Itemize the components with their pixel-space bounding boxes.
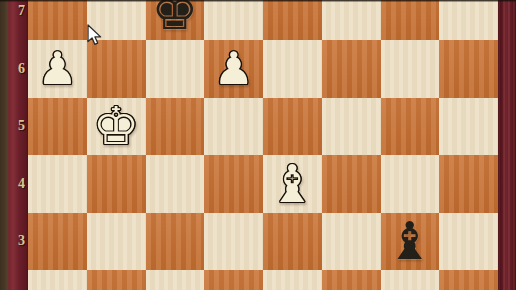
square-d2[interactable] bbox=[204, 270, 263, 290]
square-b5[interactable]: ♚ bbox=[87, 98, 146, 156]
square-h5[interactable] bbox=[439, 98, 498, 156]
square-e3[interactable] bbox=[263, 213, 322, 271]
rank-label-4: 4 bbox=[0, 176, 25, 192]
top-edge-line bbox=[0, 0, 516, 2]
square-b3[interactable] bbox=[87, 213, 146, 271]
square-c2[interactable] bbox=[146, 270, 205, 290]
rank-label-3: 3 bbox=[0, 233, 25, 249]
square-a3[interactable] bbox=[28, 213, 87, 271]
white-king-b5[interactable]: ♚ bbox=[93, 100, 140, 152]
square-g4[interactable] bbox=[381, 155, 440, 213]
square-f6[interactable] bbox=[322, 40, 381, 98]
square-c3[interactable] bbox=[146, 213, 205, 271]
square-g6[interactable] bbox=[381, 40, 440, 98]
black-bishop-g3[interactable]: ♝ bbox=[387, 215, 434, 267]
square-b2[interactable] bbox=[87, 270, 146, 290]
square-c6[interactable] bbox=[146, 40, 205, 98]
square-f2[interactable] bbox=[322, 270, 381, 290]
rank-label-7: 7 bbox=[0, 3, 25, 19]
square-d7[interactable] bbox=[204, 0, 263, 40]
square-h7[interactable] bbox=[439, 0, 498, 40]
square-a2[interactable] bbox=[28, 270, 87, 290]
square-h6[interactable] bbox=[439, 40, 498, 98]
white-pawn-d6[interactable]: ♟ bbox=[213, 46, 253, 91]
square-e6[interactable] bbox=[263, 40, 322, 98]
square-e7[interactable] bbox=[263, 0, 322, 40]
square-g3[interactable]: ♝ bbox=[381, 213, 440, 271]
rank-label-5: 5 bbox=[0, 118, 25, 134]
square-b6[interactable] bbox=[87, 40, 146, 98]
square-e2[interactable] bbox=[263, 270, 322, 290]
square-e5[interactable] bbox=[263, 98, 322, 156]
square-h2[interactable] bbox=[439, 270, 498, 290]
white-bishop-e4[interactable]: ♝ bbox=[269, 158, 316, 210]
square-c5[interactable] bbox=[146, 98, 205, 156]
square-h3[interactable] bbox=[439, 213, 498, 271]
square-c4[interactable] bbox=[146, 155, 205, 213]
square-a4[interactable] bbox=[28, 155, 87, 213]
square-e4[interactable]: ♝ bbox=[263, 155, 322, 213]
square-h4[interactable] bbox=[439, 155, 498, 213]
square-g5[interactable] bbox=[381, 98, 440, 156]
square-f3[interactable] bbox=[322, 213, 381, 271]
square-g7[interactable] bbox=[381, 0, 440, 40]
black-king-c7[interactable]: ♚ bbox=[152, 0, 199, 37]
square-b4[interactable] bbox=[87, 155, 146, 213]
square-a7[interactable] bbox=[28, 0, 87, 40]
white-pawn-a6[interactable]: ♟ bbox=[37, 46, 77, 91]
rank-label-6: 6 bbox=[0, 61, 25, 77]
square-d3[interactable] bbox=[204, 213, 263, 271]
square-f4[interactable] bbox=[322, 155, 381, 213]
mouse-cursor-icon bbox=[87, 24, 102, 46]
square-f7[interactable] bbox=[322, 0, 381, 40]
square-g2[interactable] bbox=[381, 270, 440, 290]
chess-board-view: ♚♟♟♚♝♝ 7 6 5 4 3 bbox=[0, 0, 516, 290]
square-a6[interactable]: ♟ bbox=[28, 40, 87, 98]
square-a5[interactable] bbox=[28, 98, 87, 156]
square-f5[interactable] bbox=[322, 98, 381, 156]
square-d4[interactable] bbox=[204, 155, 263, 213]
square-d5[interactable] bbox=[204, 98, 263, 156]
board-frame-right bbox=[498, 0, 516, 290]
square-c7[interactable]: ♚ bbox=[146, 0, 205, 40]
square-d6[interactable]: ♟ bbox=[204, 40, 263, 98]
